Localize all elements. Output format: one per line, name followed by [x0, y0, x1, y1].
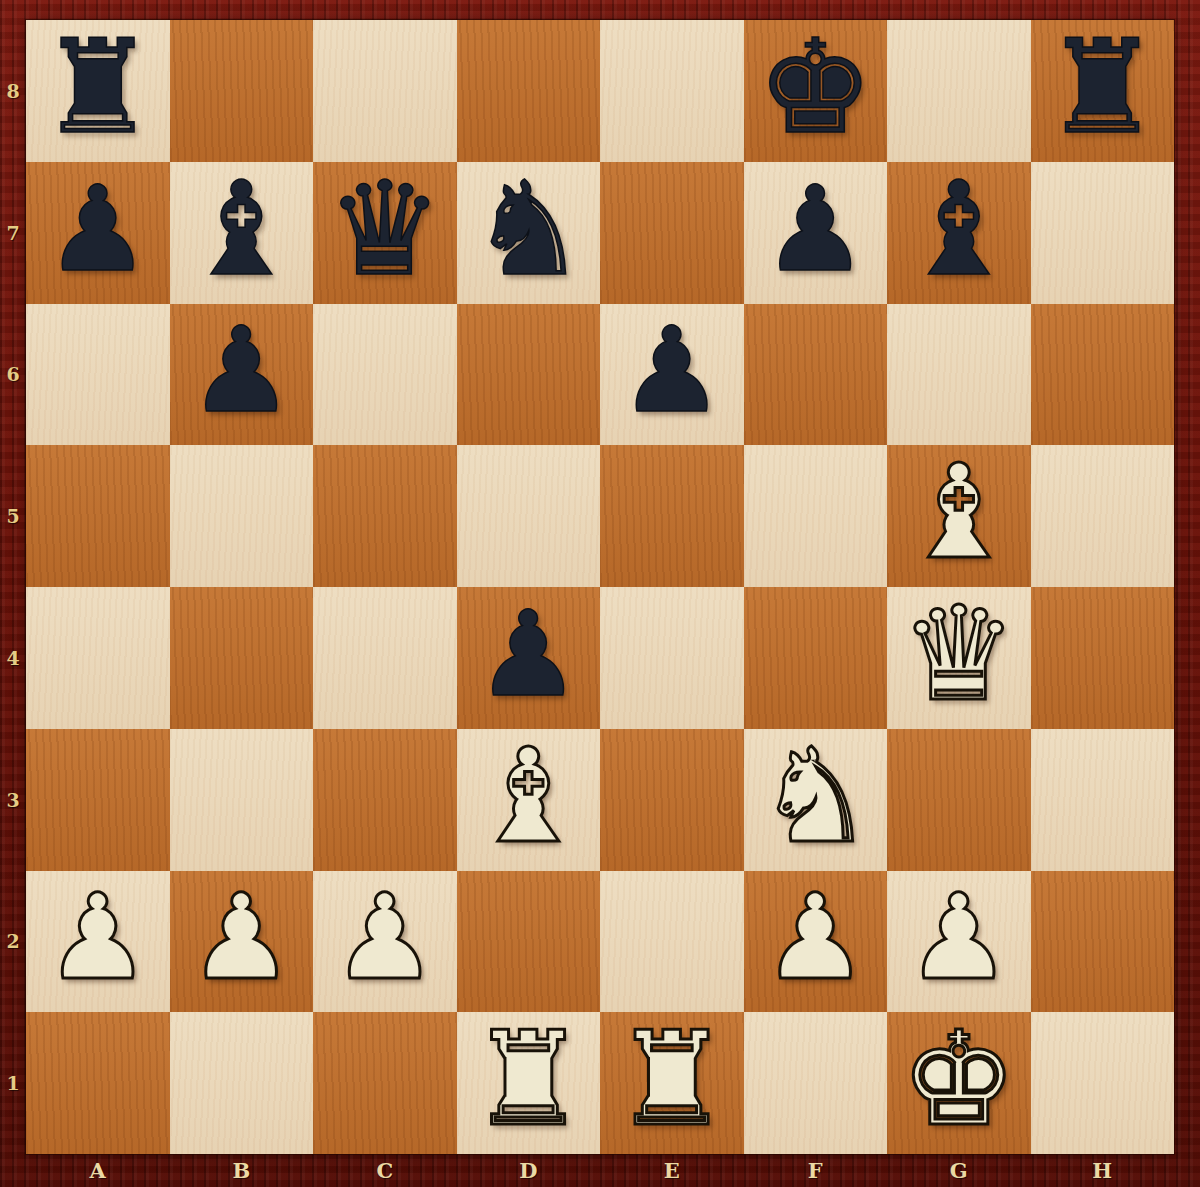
white-pawn-a2: ♟	[45, 878, 151, 996]
square-d1[interactable]: ♜	[457, 1012, 601, 1154]
square-c6[interactable]	[313, 304, 457, 446]
square-c5[interactable]	[313, 445, 457, 587]
file-label-e: E	[600, 1154, 744, 1187]
file-labels: ABCDEFGH	[26, 1154, 1174, 1187]
square-g4[interactable]: ♛	[887, 587, 1031, 729]
square-e8[interactable]	[600, 20, 744, 162]
square-f7[interactable]: ♟	[744, 162, 888, 304]
square-g3[interactable]	[887, 729, 1031, 871]
square-a7[interactable]: ♟	[26, 162, 170, 304]
square-a5[interactable]	[26, 445, 170, 587]
square-f3[interactable]: ♞	[744, 729, 888, 871]
white-pawn-b2: ♟	[188, 878, 294, 996]
square-d8[interactable]	[457, 20, 601, 162]
rank-label-4: 4	[0, 587, 26, 729]
square-a4[interactable]	[26, 587, 170, 729]
black-bishop-b7: ♝	[183, 164, 300, 294]
white-pawn-c2: ♟	[332, 878, 438, 996]
square-g6[interactable]	[887, 304, 1031, 446]
white-bishop-g5: ♝	[900, 447, 1017, 577]
square-e7[interactable]	[600, 162, 744, 304]
white-queen-g4: ♛	[900, 589, 1017, 719]
square-e2[interactable]	[600, 871, 744, 1013]
square-c1[interactable]	[313, 1012, 457, 1154]
square-c3[interactable]	[313, 729, 457, 871]
file-label-h: H	[1031, 1154, 1175, 1187]
square-b6[interactable]: ♟	[170, 304, 314, 446]
black-queen-c7: ♛	[326, 164, 443, 294]
chess-board: ♜♚♜♟♝♛♞♟♝♟♟♝♟♛♝♞♟♟♟♟♟♜♜♚	[26, 20, 1174, 1154]
white-king-g1: ♚	[900, 1014, 1017, 1144]
black-rook-h8: ♜	[1044, 22, 1161, 152]
rank-label-6: 6	[0, 304, 26, 446]
square-h4[interactable]	[1031, 587, 1175, 729]
rank-labels: 87654321	[0, 20, 26, 1154]
square-h6[interactable]	[1031, 304, 1175, 446]
square-a1[interactable]	[26, 1012, 170, 1154]
rank-label-2: 2	[0, 871, 26, 1013]
square-h2[interactable]	[1031, 871, 1175, 1013]
file-label-c: C	[313, 1154, 457, 1187]
square-d5[interactable]	[457, 445, 601, 587]
white-pawn-g2: ♟	[906, 878, 1012, 996]
square-h8[interactable]: ♜	[1031, 20, 1175, 162]
square-g8[interactable]	[887, 20, 1031, 162]
file-label-g: G	[887, 1154, 1031, 1187]
square-d2[interactable]	[457, 871, 601, 1013]
white-knight-f3: ♞	[757, 731, 874, 861]
square-g5[interactable]: ♝	[887, 445, 1031, 587]
black-bishop-g7: ♝	[900, 164, 1017, 294]
rank-label-3: 3	[0, 729, 26, 871]
rank-label-5: 5	[0, 445, 26, 587]
square-h1[interactable]	[1031, 1012, 1175, 1154]
rank-label-7: 7	[0, 162, 26, 304]
square-a6[interactable]	[26, 304, 170, 446]
square-b5[interactable]	[170, 445, 314, 587]
black-knight-d7: ♞	[470, 164, 587, 294]
square-g2[interactable]: ♟	[887, 871, 1031, 1013]
square-a2[interactable]: ♟	[26, 871, 170, 1013]
square-e6[interactable]: ♟	[600, 304, 744, 446]
square-f8[interactable]: ♚	[744, 20, 888, 162]
file-label-b: B	[170, 1154, 314, 1187]
square-d6[interactable]	[457, 304, 601, 446]
square-h5[interactable]	[1031, 445, 1175, 587]
square-e5[interactable]	[600, 445, 744, 587]
square-f1[interactable]	[744, 1012, 888, 1154]
chess-board-frame: ♜♚♜♟♝♛♞♟♝♟♟♝♟♛♝♞♟♟♟♟♟♜♜♚ 87654321 ABCDEF…	[0, 0, 1200, 1187]
file-label-d: D	[457, 1154, 601, 1187]
square-c8[interactable]	[313, 20, 457, 162]
white-rook-e1: ♜	[613, 1014, 730, 1144]
square-h7[interactable]	[1031, 162, 1175, 304]
square-d3[interactable]: ♝	[457, 729, 601, 871]
square-c4[interactable]	[313, 587, 457, 729]
square-g1[interactable]: ♚	[887, 1012, 1031, 1154]
square-f5[interactable]	[744, 445, 888, 587]
rank-label-8: 8	[0, 20, 26, 162]
white-pawn-f2: ♟	[762, 878, 868, 996]
file-label-f: F	[744, 1154, 888, 1187]
square-a8[interactable]: ♜	[26, 20, 170, 162]
black-pawn-b6: ♟	[188, 311, 294, 429]
square-d7[interactable]: ♞	[457, 162, 601, 304]
square-f2[interactable]: ♟	[744, 871, 888, 1013]
square-c7[interactable]: ♛	[313, 162, 457, 304]
black-rook-a8: ♜	[39, 22, 156, 152]
square-b7[interactable]: ♝	[170, 162, 314, 304]
square-a3[interactable]	[26, 729, 170, 871]
black-pawn-f7: ♟	[762, 170, 868, 288]
black-king-f8: ♚	[757, 22, 874, 152]
white-bishop-d3: ♝	[470, 731, 587, 861]
square-e4[interactable]	[600, 587, 744, 729]
black-pawn-a7: ♟	[45, 170, 151, 288]
square-f4[interactable]	[744, 587, 888, 729]
black-pawn-d4: ♟	[475, 595, 581, 713]
white-rook-d1: ♜	[470, 1014, 587, 1144]
square-c2[interactable]: ♟	[313, 871, 457, 1013]
square-h3[interactable]	[1031, 729, 1175, 871]
square-d4[interactable]: ♟	[457, 587, 601, 729]
square-g7[interactable]: ♝	[887, 162, 1031, 304]
square-e1[interactable]: ♜	[600, 1012, 744, 1154]
file-label-a: A	[26, 1154, 170, 1187]
square-e3[interactable]	[600, 729, 744, 871]
square-b2[interactable]: ♟	[170, 871, 314, 1013]
square-b4[interactable]	[170, 587, 314, 729]
rank-label-1: 1	[0, 1012, 26, 1154]
square-b1[interactable]	[170, 1012, 314, 1154]
square-b3[interactable]	[170, 729, 314, 871]
square-b8[interactable]	[170, 20, 314, 162]
black-pawn-e6: ♟	[619, 311, 725, 429]
square-f6[interactable]	[744, 304, 888, 446]
